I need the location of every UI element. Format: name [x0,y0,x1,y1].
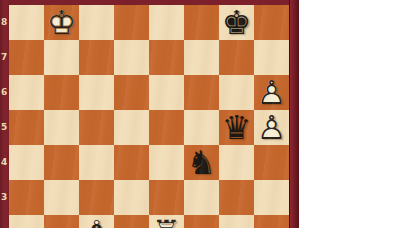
square-h4[interactable] [254,145,289,180]
square-a4[interactable] [9,145,44,180]
black-king-glyph: ♚ [219,5,254,40]
square-g3[interactable] [219,180,254,215]
square-f3[interactable] [184,180,219,215]
square-d4[interactable] [114,145,149,180]
square-a6[interactable] [9,75,44,110]
square-a5[interactable] [9,110,44,145]
square-e3[interactable] [149,180,184,215]
square-h3[interactable] [254,180,289,215]
square-f4[interactable]: ♞ [184,145,219,180]
rank-label-7: 7 [0,40,9,75]
black-king[interactable]: ♚ [219,5,254,40]
square-f5[interactable] [184,110,219,145]
square-c5[interactable] [79,110,114,145]
rank-label-6: 6 [0,75,9,110]
square-e6[interactable] [149,75,184,110]
rank-label-3: 3 [0,180,9,215]
square-b4[interactable] [44,145,79,180]
square-d7[interactable] [114,40,149,75]
square-a8[interactable] [9,5,44,40]
square-g6[interactable] [219,75,254,110]
square-g7[interactable] [219,40,254,75]
square-d5[interactable] [114,110,149,145]
square-g8[interactable]: ♚ [219,5,254,40]
black-queen-glyph: ♛ [219,110,254,145]
white-pawn-outline: ♙ [254,110,289,145]
white-rook[interactable]: ♜♖ [149,215,184,228]
white-pawn-outline: ♙ [254,75,289,110]
rank-label-8: 8 [0,5,9,40]
square-f2[interactable] [184,215,219,228]
white-king-outline: ♔ [44,5,79,40]
square-b6[interactable] [44,75,79,110]
square-b2[interactable] [44,215,79,228]
board-border-right [289,0,299,228]
rank-label-4: 4 [0,145,9,180]
square-c8[interactable] [79,5,114,40]
square-b5[interactable] [44,110,79,145]
square-c4[interactable] [79,145,114,180]
square-e8[interactable] [149,5,184,40]
square-d2[interactable] [114,215,149,228]
square-h7[interactable] [254,40,289,75]
square-c3[interactable] [79,180,114,215]
square-d3[interactable] [114,180,149,215]
square-d8[interactable] [114,5,149,40]
square-a2[interactable] [9,215,44,228]
white-bishop[interactable]: ♝♗ [79,215,114,228]
chess-diagram: ♚♔♚♟♙♛♟♙♞♝♗♜♖ 8765432 [0,0,400,228]
square-h5[interactable]: ♟♙ [254,110,289,145]
square-b3[interactable] [44,180,79,215]
black-knight-glyph: ♞ [184,145,219,180]
square-f6[interactable] [184,75,219,110]
square-d6[interactable] [114,75,149,110]
square-b8[interactable]: ♚♔ [44,5,79,40]
square-g4[interactable] [219,145,254,180]
square-g2[interactable] [219,215,254,228]
square-h8[interactable] [254,5,289,40]
square-e4[interactable] [149,145,184,180]
white-bishop-outline: ♗ [79,215,114,228]
black-knight[interactable]: ♞ [184,145,219,180]
square-c6[interactable] [79,75,114,110]
square-c2[interactable]: ♝♗ [79,215,114,228]
square-f8[interactable] [184,5,219,40]
square-h6[interactable]: ♟♙ [254,75,289,110]
rank-label-2: 2 [0,215,9,228]
white-rook-outline: ♖ [149,215,184,228]
square-e5[interactable] [149,110,184,145]
square-f7[interactable] [184,40,219,75]
square-b7[interactable] [44,40,79,75]
white-pawn[interactable]: ♟♙ [254,75,289,110]
rank-label-5: 5 [0,110,9,145]
square-e2[interactable]: ♜♖ [149,215,184,228]
square-a3[interactable] [9,180,44,215]
white-pawn[interactable]: ♟♙ [254,110,289,145]
square-h2[interactable] [254,215,289,228]
chess-board: ♚♔♚♟♙♛♟♙♞♝♗♜♖ [9,5,289,228]
square-e7[interactable] [149,40,184,75]
square-a7[interactable] [9,40,44,75]
square-g5[interactable]: ♛ [219,110,254,145]
black-queen[interactable]: ♛ [219,110,254,145]
square-c7[interactable] [79,40,114,75]
white-king[interactable]: ♚♔ [44,5,79,40]
